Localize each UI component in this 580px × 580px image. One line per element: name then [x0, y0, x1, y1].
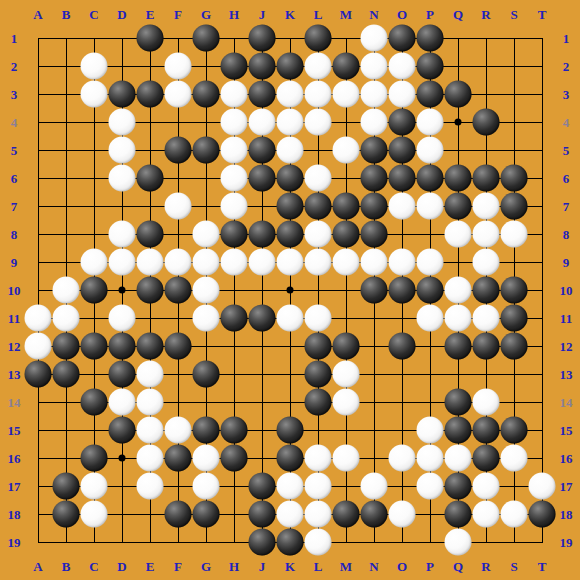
- row-label-left: 7: [11, 200, 18, 213]
- stone-white: [81, 501, 108, 528]
- row-label-right: 7: [563, 200, 570, 213]
- row-label-right: 18: [560, 508, 573, 521]
- stone-white: [417, 249, 444, 276]
- stone-white: [361, 81, 388, 108]
- row-label-right: 15: [560, 424, 573, 437]
- column-label-bottom: A: [33, 560, 42, 573]
- stone-white: [221, 193, 248, 220]
- row-label-left: 19: [8, 536, 21, 549]
- stone-black: [361, 221, 388, 248]
- stone-white: [81, 81, 108, 108]
- row-label-left: 14: [8, 396, 21, 409]
- row-label-left: 16: [8, 452, 21, 465]
- stone-white: [165, 249, 192, 276]
- column-label-top: T: [538, 8, 547, 21]
- stone-black: [445, 165, 472, 192]
- row-label-right: 19: [560, 536, 573, 549]
- stone-white: [109, 137, 136, 164]
- stone-white: [221, 137, 248, 164]
- stone-black: [249, 81, 276, 108]
- stone-white: [333, 445, 360, 472]
- row-label-right: 6: [563, 172, 570, 185]
- stone-black: [249, 25, 276, 52]
- row-label-right: 9: [563, 256, 570, 269]
- stone-black: [249, 529, 276, 556]
- stone-white: [389, 193, 416, 220]
- stone-white: [137, 249, 164, 276]
- stone-black: [249, 221, 276, 248]
- row-label-left: 17: [8, 480, 21, 493]
- stone-white: [445, 305, 472, 332]
- stone-white: [53, 277, 80, 304]
- stone-black: [445, 81, 472, 108]
- row-label-left: 2: [11, 60, 18, 73]
- star-point: [119, 455, 126, 462]
- stone-white: [25, 305, 52, 332]
- stone-black: [389, 109, 416, 136]
- stone-black: [165, 501, 192, 528]
- stone-white: [277, 109, 304, 136]
- stone-white: [81, 53, 108, 80]
- stone-black: [305, 25, 332, 52]
- stone-black: [193, 417, 220, 444]
- stone-white: [417, 445, 444, 472]
- stone-black: [221, 53, 248, 80]
- stone-black: [445, 389, 472, 416]
- stone-black: [333, 333, 360, 360]
- stone-black: [501, 333, 528, 360]
- column-label-top: A: [33, 8, 42, 21]
- stone-white: [501, 221, 528, 248]
- stone-white: [221, 81, 248, 108]
- row-label-left: 3: [11, 88, 18, 101]
- stone-black: [305, 193, 332, 220]
- stone-black: [333, 501, 360, 528]
- stone-black: [445, 501, 472, 528]
- row-label-right: 1: [563, 32, 570, 45]
- stone-black: [53, 333, 80, 360]
- row-label-left: 18: [8, 508, 21, 521]
- stone-black: [473, 277, 500, 304]
- stone-black: [53, 473, 80, 500]
- stone-white: [109, 305, 136, 332]
- stone-black: [25, 361, 52, 388]
- stone-black: [81, 389, 108, 416]
- stone-white: [193, 221, 220, 248]
- stone-white: [389, 249, 416, 276]
- column-label-bottom: M: [340, 560, 352, 573]
- stone-white: [417, 109, 444, 136]
- column-label-bottom: G: [201, 560, 211, 573]
- stone-black: [277, 165, 304, 192]
- stone-white: [417, 473, 444, 500]
- stone-black: [361, 501, 388, 528]
- stone-black: [389, 165, 416, 192]
- stone-white: [81, 473, 108, 500]
- stone-black: [249, 473, 276, 500]
- stone-black: [445, 417, 472, 444]
- stone-white: [305, 53, 332, 80]
- column-label-bottom: O: [397, 560, 407, 573]
- stone-white: [389, 81, 416, 108]
- column-label-bottom: R: [481, 560, 490, 573]
- stone-white: [361, 53, 388, 80]
- row-label-right: 10: [560, 284, 573, 297]
- column-label-bottom: N: [369, 560, 378, 573]
- stone-white: [417, 193, 444, 220]
- stone-white: [501, 501, 528, 528]
- stone-white: [417, 417, 444, 444]
- stone-white: [137, 389, 164, 416]
- stone-black: [137, 81, 164, 108]
- stone-black: [165, 333, 192, 360]
- column-label-bottom: Q: [453, 560, 463, 573]
- stone-white: [445, 445, 472, 472]
- column-label-bottom: P: [426, 560, 434, 573]
- go-board[interactable]: AABBCCDDEEFFGGHHJJKKLLMMNNOOPPQQRRSSTT11…: [0, 0, 580, 580]
- row-label-left: 5: [11, 144, 18, 157]
- row-label-left: 8: [11, 228, 18, 241]
- stone-white: [193, 277, 220, 304]
- stone-white: [417, 137, 444, 164]
- column-label-top: K: [285, 8, 295, 21]
- stone-white: [137, 473, 164, 500]
- star-point: [455, 119, 462, 126]
- stone-black: [249, 53, 276, 80]
- stone-white: [277, 81, 304, 108]
- column-label-top: S: [510, 8, 517, 21]
- stone-white: [305, 529, 332, 556]
- stone-white: [193, 305, 220, 332]
- row-label-right: 13: [560, 368, 573, 381]
- stone-white: [277, 473, 304, 500]
- stone-white: [137, 445, 164, 472]
- column-label-top: N: [369, 8, 378, 21]
- stone-black: [81, 445, 108, 472]
- stone-black: [389, 277, 416, 304]
- star-point: [287, 287, 294, 294]
- stone-white: [109, 249, 136, 276]
- stone-white: [305, 445, 332, 472]
- stone-black: [473, 333, 500, 360]
- stone-black: [417, 277, 444, 304]
- stone-black: [109, 333, 136, 360]
- stone-white: [389, 501, 416, 528]
- stone-white: [277, 305, 304, 332]
- stone-white: [277, 501, 304, 528]
- row-label-left: 9: [11, 256, 18, 269]
- stone-white: [361, 249, 388, 276]
- grid-line-vertical: [542, 38, 543, 543]
- column-label-top: H: [229, 8, 239, 21]
- stone-white: [305, 165, 332, 192]
- stone-black: [333, 221, 360, 248]
- stone-black: [137, 221, 164, 248]
- stone-black: [193, 361, 220, 388]
- stone-black: [361, 165, 388, 192]
- stone-white: [445, 529, 472, 556]
- stone-white: [109, 165, 136, 192]
- stone-white: [221, 165, 248, 192]
- stone-white: [165, 81, 192, 108]
- column-label-bottom: J: [259, 560, 266, 573]
- stone-black: [193, 137, 220, 164]
- column-label-top: Q: [453, 8, 463, 21]
- stone-white: [417, 305, 444, 332]
- stone-white: [277, 249, 304, 276]
- stone-black: [389, 25, 416, 52]
- stone-white: [305, 81, 332, 108]
- stone-black: [417, 53, 444, 80]
- column-label-top: L: [314, 8, 323, 21]
- stone-white: [277, 137, 304, 164]
- row-label-right: 14: [560, 396, 573, 409]
- stone-black: [473, 417, 500, 444]
- stone-white: [305, 305, 332, 332]
- stone-black: [417, 165, 444, 192]
- stone-black: [137, 277, 164, 304]
- stone-white: [193, 249, 220, 276]
- stone-white: [333, 81, 360, 108]
- stone-black: [109, 81, 136, 108]
- row-label-left: 13: [8, 368, 21, 381]
- stone-black: [249, 305, 276, 332]
- stone-white: [137, 361, 164, 388]
- stone-black: [501, 193, 528, 220]
- stone-white: [333, 389, 360, 416]
- stone-black: [333, 53, 360, 80]
- stone-black: [165, 137, 192, 164]
- row-label-right: 4: [563, 116, 570, 129]
- column-label-bottom: H: [229, 560, 239, 573]
- stone-black: [417, 25, 444, 52]
- column-label-top: G: [201, 8, 211, 21]
- stone-white: [305, 473, 332, 500]
- stone-black: [137, 333, 164, 360]
- row-label-right: 8: [563, 228, 570, 241]
- stone-white: [333, 249, 360, 276]
- column-label-top: E: [146, 8, 155, 21]
- stone-white: [445, 277, 472, 304]
- stone-black: [333, 193, 360, 220]
- column-label-bottom: E: [146, 560, 155, 573]
- stone-black: [529, 501, 556, 528]
- stone-black: [277, 417, 304, 444]
- stone-black: [137, 25, 164, 52]
- stone-black: [193, 81, 220, 108]
- stone-white: [445, 221, 472, 248]
- stone-black: [501, 165, 528, 192]
- stone-black: [445, 473, 472, 500]
- row-label-left: 1: [11, 32, 18, 45]
- stone-white: [361, 109, 388, 136]
- stone-white: [333, 361, 360, 388]
- column-label-bottom: S: [510, 560, 517, 573]
- column-label-top: M: [340, 8, 352, 21]
- stone-black: [417, 81, 444, 108]
- stone-black: [249, 165, 276, 192]
- stone-black: [361, 277, 388, 304]
- stone-black: [81, 333, 108, 360]
- stone-black: [305, 361, 332, 388]
- stone-white: [473, 249, 500, 276]
- stone-black: [221, 305, 248, 332]
- column-label-top: C: [89, 8, 98, 21]
- row-label-right: 12: [560, 340, 573, 353]
- stone-white: [249, 109, 276, 136]
- row-label-left: 4: [11, 116, 18, 129]
- column-label-top: J: [259, 8, 266, 21]
- stone-black: [193, 25, 220, 52]
- stone-white: [81, 249, 108, 276]
- stone-white: [221, 249, 248, 276]
- stone-white: [333, 137, 360, 164]
- stone-white: [305, 221, 332, 248]
- stone-black: [501, 277, 528, 304]
- stone-black: [221, 221, 248, 248]
- column-label-bottom: F: [174, 560, 182, 573]
- stone-black: [473, 445, 500, 472]
- stone-black: [165, 277, 192, 304]
- stone-black: [473, 109, 500, 136]
- stone-black: [501, 417, 528, 444]
- stone-white: [109, 221, 136, 248]
- stone-black: [389, 137, 416, 164]
- stone-white: [473, 501, 500, 528]
- stone-black: [81, 277, 108, 304]
- stone-white: [473, 473, 500, 500]
- stone-black: [277, 53, 304, 80]
- column-label-top: R: [481, 8, 490, 21]
- stone-white: [473, 389, 500, 416]
- stone-black: [249, 137, 276, 164]
- stone-white: [389, 445, 416, 472]
- column-label-bottom: T: [538, 560, 547, 573]
- row-label-right: 16: [560, 452, 573, 465]
- column-label-top: P: [426, 8, 434, 21]
- stone-white: [165, 53, 192, 80]
- row-label-right: 3: [563, 88, 570, 101]
- stone-white: [165, 417, 192, 444]
- stone-white: [221, 109, 248, 136]
- stone-black: [53, 501, 80, 528]
- stone-white: [193, 445, 220, 472]
- stone-white: [361, 473, 388, 500]
- stone-white: [473, 193, 500, 220]
- stone-black: [53, 361, 80, 388]
- column-label-bottom: C: [89, 560, 98, 573]
- column-label-top: D: [117, 8, 126, 21]
- stone-black: [473, 165, 500, 192]
- stone-white: [165, 193, 192, 220]
- stone-white: [501, 445, 528, 472]
- stone-white: [529, 473, 556, 500]
- stone-black: [165, 445, 192, 472]
- stone-white: [53, 305, 80, 332]
- row-label-right: 11: [560, 312, 572, 325]
- stone-white: [473, 221, 500, 248]
- stone-black: [249, 501, 276, 528]
- row-label-right: 17: [560, 480, 573, 493]
- stone-black: [305, 389, 332, 416]
- stone-white: [109, 389, 136, 416]
- stone-black: [445, 333, 472, 360]
- stone-black: [361, 137, 388, 164]
- row-label-left: 6: [11, 172, 18, 185]
- stone-black: [277, 445, 304, 472]
- column-label-bottom: K: [285, 560, 295, 573]
- row-label-left: 12: [8, 340, 21, 353]
- stone-white: [305, 501, 332, 528]
- stone-black: [221, 445, 248, 472]
- column-label-top: F: [174, 8, 182, 21]
- stone-black: [277, 221, 304, 248]
- stone-black: [445, 193, 472, 220]
- stone-white: [249, 249, 276, 276]
- stone-black: [109, 361, 136, 388]
- star-point: [119, 287, 126, 294]
- stone-black: [361, 193, 388, 220]
- stone-black: [305, 333, 332, 360]
- column-label-top: O: [397, 8, 407, 21]
- column-label-bottom: B: [62, 560, 71, 573]
- row-label-right: 2: [563, 60, 570, 73]
- stone-white: [305, 249, 332, 276]
- stone-black: [137, 165, 164, 192]
- stone-black: [277, 193, 304, 220]
- stone-black: [501, 305, 528, 332]
- stone-black: [277, 529, 304, 556]
- stone-white: [137, 417, 164, 444]
- stone-white: [473, 305, 500, 332]
- stone-white: [25, 333, 52, 360]
- stone-white: [109, 109, 136, 136]
- stone-black: [389, 333, 416, 360]
- stone-white: [193, 473, 220, 500]
- stone-black: [193, 501, 220, 528]
- go-app-window: { "game": "go", "board": { "size": 19, "…: [0, 0, 580, 580]
- stone-black: [221, 417, 248, 444]
- stone-white: [305, 109, 332, 136]
- stone-black: [109, 417, 136, 444]
- stone-white: [361, 25, 388, 52]
- stone-white: [389, 53, 416, 80]
- row-label-right: 5: [563, 144, 570, 157]
- row-label-left: 15: [8, 424, 21, 437]
- column-label-bottom: L: [314, 560, 323, 573]
- column-label-bottom: D: [117, 560, 126, 573]
- row-label-left: 11: [8, 312, 20, 325]
- row-label-left: 10: [8, 284, 21, 297]
- column-label-top: B: [62, 8, 71, 21]
